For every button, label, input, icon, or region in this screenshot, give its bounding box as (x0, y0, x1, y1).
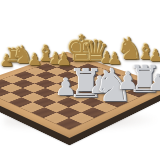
chess-set-photo: ♟♜♞♟♝♟♟♚♛♟♟♞♝♟♟♜♟♞♟♜♟ (0, 0, 160, 160)
silver-pawn: ♟ (148, 72, 160, 94)
pieces-layer: ♟♜♞♟♝♟♟♚♛♟♟♞♝♟♟♜♟♞♟♜♟ (0, 0, 160, 160)
